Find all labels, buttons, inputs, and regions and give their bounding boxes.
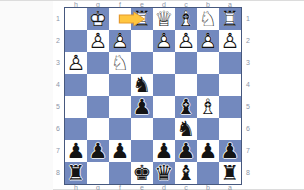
square-e6[interactable]	[131, 118, 153, 140]
square-c8[interactable]: ♝	[175, 162, 197, 184]
file-label-e: e	[131, 184, 153, 190]
square-f6[interactable]	[109, 118, 131, 140]
file-label-h: h	[65, 184, 87, 190]
square-e3[interactable]	[131, 52, 153, 74]
rank-labels-left: 12345678	[50, 8, 62, 184]
square-a2[interactable]: ♟♙	[219, 30, 241, 52]
square-a8[interactable]: ♜	[219, 162, 241, 184]
piece-fill: ♟	[87, 30, 109, 52]
rank-label-7: 7	[244, 140, 256, 162]
file-label-c: c	[175, 1, 197, 8]
file-label-c: c	[175, 184, 197, 190]
square-e2[interactable]	[131, 30, 153, 52]
square-e7[interactable]	[131, 140, 153, 162]
square-f1[interactable]	[109, 8, 131, 30]
square-e1[interactable]: ♜♖	[131, 8, 153, 30]
square-h3[interactable]: ♟♙	[65, 52, 87, 74]
square-b7[interactable]: ♟	[197, 140, 219, 162]
square-c7[interactable]: ♟	[175, 140, 197, 162]
square-b2[interactable]: ♟♙	[197, 30, 219, 52]
square-f3[interactable]: ♞♘	[109, 52, 131, 74]
chess-gui-screenshot: hgfedcba hgfedcba 12345678 12345678 ♚♔♜♖…	[0, 0, 304, 190]
file-label-a: a	[219, 1, 241, 8]
square-f2[interactable]: ♟♙	[109, 30, 131, 52]
rank-label-5: 5	[50, 96, 62, 118]
piece-fill: ♟	[109, 30, 131, 52]
square-h1[interactable]	[65, 8, 87, 30]
square-a1[interactable]: ♜♖	[219, 8, 241, 30]
piece-white-p: ♙	[153, 30, 175, 52]
piece-white-p: ♙	[87, 30, 109, 52]
rank-label-4: 4	[50, 74, 62, 96]
piece-fill: ♟	[175, 30, 197, 52]
square-g2[interactable]: ♟♙	[87, 30, 109, 52]
left-panel	[0, 1, 53, 190]
square-g1[interactable]: ♚♔	[87, 8, 109, 30]
square-f4[interactable]	[109, 74, 131, 96]
rank-label-3: 3	[244, 52, 256, 74]
square-a7[interactable]: ♟	[219, 140, 241, 162]
square-h7[interactable]: ♟	[65, 140, 87, 162]
rank-label-2: 2	[244, 30, 256, 52]
piece-fill: ♞	[197, 8, 219, 30]
square-c1[interactable]: ♝♗	[175, 8, 197, 30]
piece-white-p: ♙	[219, 30, 241, 52]
square-c4[interactable]	[175, 74, 197, 96]
square-h5[interactable]	[65, 96, 87, 118]
piece-black-p: ♟	[197, 140, 219, 162]
square-e8[interactable]: ♚	[131, 162, 153, 184]
square-a3[interactable]	[219, 52, 241, 74]
square-b5[interactable]: ♝♗	[197, 96, 219, 118]
square-d1[interactable]: ♛♕	[153, 8, 175, 30]
file-label-f: f	[109, 184, 131, 190]
rank-label-6: 6	[50, 118, 62, 140]
file-label-f: f	[109, 1, 131, 8]
square-f5[interactable]	[109, 96, 131, 118]
piece-black-n: ♞	[131, 74, 153, 96]
piece-white-r: ♖	[219, 8, 241, 30]
rank-label-5: 5	[244, 96, 256, 118]
square-b1[interactable]: ♞♘	[197, 8, 219, 30]
file-label-g: g	[87, 184, 109, 190]
square-h4[interactable]	[65, 74, 87, 96]
piece-white-p: ♙	[109, 30, 131, 52]
piece-white-n: ♘	[197, 8, 219, 30]
piece-fill: ♝	[197, 96, 219, 118]
square-c2[interactable]: ♟♙	[175, 30, 197, 52]
file-label-d: d	[153, 184, 175, 190]
square-a4[interactable]	[219, 74, 241, 96]
piece-black-p: ♟	[131, 96, 153, 118]
rank-label-8: 8	[244, 162, 256, 184]
rank-label-2: 2	[50, 30, 62, 52]
square-b4[interactable]	[197, 74, 219, 96]
piece-black-p: ♟	[109, 140, 131, 162]
square-d3[interactable]	[153, 52, 175, 74]
piece-black-p: ♟	[219, 140, 241, 162]
file-label-g: g	[87, 1, 109, 8]
file-labels-top: hgfedcba	[65, 1, 241, 8]
square-b6[interactable]	[197, 118, 219, 140]
square-a5[interactable]	[219, 96, 241, 118]
file-label-d: d	[153, 1, 175, 8]
piece-white-r: ♖	[131, 8, 153, 30]
square-c6[interactable]: ♞	[175, 118, 197, 140]
piece-white-p: ♙	[175, 30, 197, 52]
rank-label-1: 1	[244, 8, 256, 30]
square-f8[interactable]	[109, 162, 131, 184]
square-c5[interactable]: ♝	[175, 96, 197, 118]
square-g6[interactable]	[87, 118, 109, 140]
piece-white-k: ♔	[87, 8, 109, 30]
square-c3[interactable]	[175, 52, 197, 74]
piece-white-b: ♗	[197, 96, 219, 118]
square-h6[interactable]	[65, 118, 87, 140]
piece-fill: ♜	[219, 8, 241, 30]
square-d8[interactable]: ♛	[153, 162, 175, 184]
piece-black-p: ♟	[65, 140, 87, 162]
file-label-h: h	[65, 1, 87, 8]
square-d4[interactable]	[153, 74, 175, 96]
file-label-e: e	[131, 1, 153, 8]
square-e5[interactable]: ♟	[131, 96, 153, 118]
square-d6[interactable]	[153, 118, 175, 140]
square-g5[interactable]	[87, 96, 109, 118]
square-b8[interactable]	[197, 162, 219, 184]
square-g8[interactable]	[87, 162, 109, 184]
piece-fill: ♜	[131, 8, 153, 30]
rank-label-6: 6	[244, 118, 256, 140]
square-g7[interactable]: ♟	[87, 140, 109, 162]
piece-black-q: ♛	[153, 162, 175, 184]
piece-white-b: ♗	[175, 8, 197, 30]
chess-board[interactable]: ♚♔♜♖♛♕♝♗♞♘♜♖♟♙♟♙♟♙♟♙♟♙♟♙♟♙♞♘♞♟♝♝♗♞♟♟♟♟♟♟…	[65, 8, 241, 184]
rank-label-4: 4	[244, 74, 256, 96]
square-d2[interactable]: ♟♙	[153, 30, 175, 52]
piece-fill: ♞	[109, 52, 131, 74]
rank-label-3: 3	[50, 52, 62, 74]
file-labels-bottom: hgfedcba	[65, 184, 241, 190]
piece-black-b: ♝	[175, 96, 197, 118]
square-d5[interactable]	[153, 96, 175, 118]
piece-white-p: ♙	[65, 52, 87, 74]
piece-black-p: ♟	[175, 140, 197, 162]
piece-white-p: ♙	[197, 30, 219, 52]
piece-white-q: ♕	[153, 8, 175, 30]
piece-fill: ♟	[153, 30, 175, 52]
square-e4[interactable]: ♞	[131, 74, 153, 96]
square-f7[interactable]: ♟	[109, 140, 131, 162]
rank-label-7: 7	[50, 140, 62, 162]
piece-black-p: ♟	[153, 140, 175, 162]
piece-fill: ♛	[153, 8, 175, 30]
piece-black-r: ♜	[65, 162, 87, 184]
square-d7[interactable]: ♟	[153, 140, 175, 162]
piece-black-r: ♜	[219, 162, 241, 184]
piece-fill: ♟	[65, 52, 87, 74]
square-g3[interactable]	[87, 52, 109, 74]
piece-black-p: ♟	[87, 140, 109, 162]
square-b3[interactable]	[197, 52, 219, 74]
piece-black-b: ♝	[175, 162, 197, 184]
piece-black-n: ♞	[175, 118, 197, 140]
rank-label-1: 1	[50, 8, 62, 30]
square-a6[interactable]	[219, 118, 241, 140]
file-label-b: b	[197, 184, 219, 190]
rank-labels-right: 12345678	[244, 8, 256, 184]
piece-fill: ♟	[197, 30, 219, 52]
file-label-b: b	[197, 1, 219, 8]
file-label-a: a	[219, 184, 241, 190]
square-h8[interactable]: ♜	[65, 162, 87, 184]
piece-fill: ♟	[219, 30, 241, 52]
rank-label-8: 8	[50, 162, 62, 184]
piece-white-n: ♘	[109, 52, 131, 74]
square-g4[interactable]	[87, 74, 109, 96]
piece-black-k: ♚	[131, 162, 153, 184]
square-h2[interactable]	[65, 30, 87, 52]
piece-fill: ♝	[175, 8, 197, 30]
piece-fill: ♚	[87, 8, 109, 30]
